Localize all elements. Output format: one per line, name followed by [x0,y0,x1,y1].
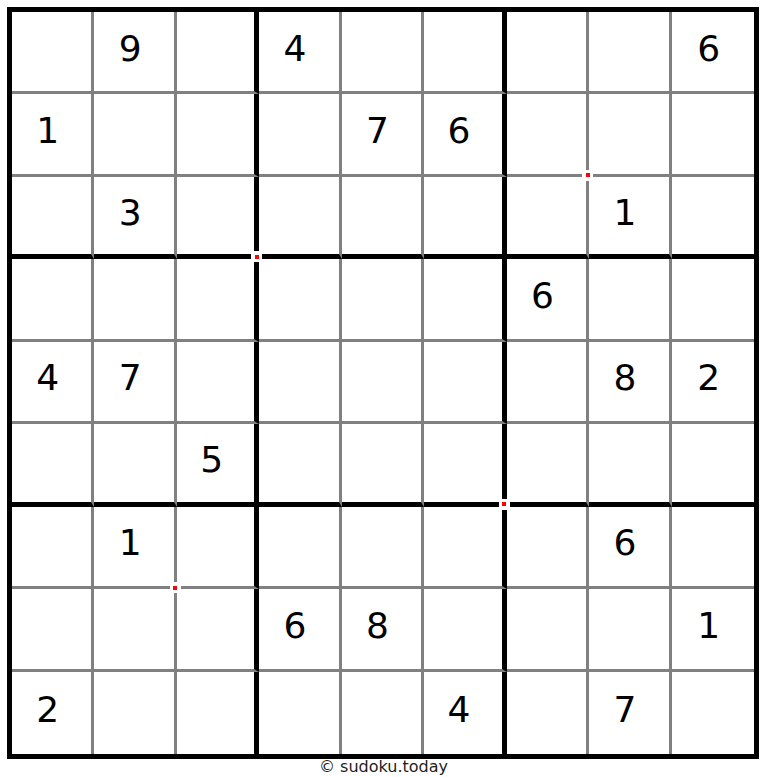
cell-r3c6[interactable] [424,177,506,259]
cell-r8c2[interactable] [94,589,176,671]
given-digit: 6 [697,31,720,67]
cell-r5c8[interactable]: 8 [589,342,671,424]
given-digit: 1 [613,195,636,231]
cell-r2c6[interactable]: 6 [424,94,506,176]
given-digit: 4 [36,360,59,396]
cell-r5c1[interactable]: 4 [12,342,94,424]
cell-r5c4[interactable] [259,342,341,424]
cell-r2c1[interactable]: 1 [12,94,94,176]
cell-r9c7[interactable] [507,672,589,754]
cell-r1c7[interactable] [507,12,589,94]
cell-r4c5[interactable] [342,259,424,341]
cell-r1c8[interactable] [589,12,671,94]
given-digit: 6 [531,278,554,314]
cell-r1c3[interactable] [177,12,259,94]
cell-r2c7[interactable] [507,94,589,176]
cell-r6c5[interactable] [342,424,424,506]
cell-r6c2[interactable] [94,424,176,506]
cell-r4c2[interactable] [94,259,176,341]
given-digit: 6 [613,525,636,561]
cell-r7c4[interactable] [259,507,341,589]
given-digit: 1 [36,113,59,149]
cell-r8c8[interactable] [589,589,671,671]
cell-r9c8[interactable]: 7 [589,672,671,754]
cell-r8c6[interactable] [424,589,506,671]
cell-r9c9[interactable] [672,672,754,754]
cell-r9c4[interactable] [259,672,341,754]
cell-r8c5[interactable]: 8 [342,589,424,671]
cell-r7c8[interactable]: 6 [589,507,671,589]
cell-r1c2[interactable]: 9 [94,12,176,94]
cell-r9c2[interactable] [94,672,176,754]
cell-r3c3[interactable] [177,177,259,259]
cell-r4c1[interactable] [12,259,94,341]
cell-r9c3[interactable] [177,672,259,754]
cell-r1c4[interactable]: 4 [259,12,341,94]
given-digit: 2 [697,360,720,396]
red-dot-marker [499,499,510,510]
cell-r4c4[interactable] [259,259,341,341]
cell-r3c7[interactable] [507,177,589,259]
cell-r9c6[interactable]: 4 [424,672,506,754]
given-digit: 8 [366,608,389,644]
cell-r3c2[interactable]: 3 [94,177,176,259]
given-digit: 6 [284,608,307,644]
cell-r7c7[interactable] [507,507,589,589]
cell-r3c5[interactable] [342,177,424,259]
cell-r6c8[interactable] [589,424,671,506]
given-digit: 4 [284,31,307,67]
cell-r3c8[interactable]: 1 [589,177,671,259]
cell-r8c1[interactable] [12,589,94,671]
given-digit: 8 [613,360,636,396]
cell-r7c3[interactable] [177,507,259,589]
cell-r2c9[interactable] [672,94,754,176]
cell-r5c7[interactable] [507,342,589,424]
given-digit: 4 [447,692,470,728]
cell-r4c7[interactable]: 6 [507,259,589,341]
cell-r5c5[interactable] [342,342,424,424]
given-digit: 9 [119,31,142,67]
cell-r2c3[interactable] [177,94,259,176]
cell-r1c5[interactable] [342,12,424,94]
given-digit: 5 [200,442,223,478]
cell-r4c3[interactable] [177,259,259,341]
cell-r6c3[interactable]: 5 [177,424,259,506]
sudoku-board: 9461763164782516681247 [7,7,759,759]
red-dot-icon [173,586,177,590]
cell-r5c6[interactable] [424,342,506,424]
cell-r2c4[interactable] [259,94,341,176]
cell-r9c1[interactable]: 2 [12,672,94,754]
red-dot-marker [582,170,593,181]
given-digit: 2 [36,692,59,728]
red-dot-icon [255,255,259,259]
cell-r5c9[interactable]: 2 [672,342,754,424]
given-digit: 7 [119,360,142,396]
cell-r2c8[interactable] [589,94,671,176]
given-digit: 1 [697,608,720,644]
cell-r3c4[interactable] [259,177,341,259]
cell-r8c3[interactable] [177,589,259,671]
red-dot-marker [170,582,181,593]
cell-r7c6[interactable] [424,507,506,589]
given-digit: 6 [447,113,470,149]
cell-r6c7[interactable] [507,424,589,506]
cell-r7c2[interactable]: 1 [94,507,176,589]
cell-r6c6[interactable] [424,424,506,506]
cell-r4c9[interactable] [672,259,754,341]
given-digit: 3 [119,195,142,231]
credit-text: © sudoku.today [0,757,767,776]
red-dot-icon [502,502,506,506]
cell-r6c9[interactable] [672,424,754,506]
cell-r3c9[interactable] [672,177,754,259]
given-digit: 7 [366,113,389,149]
red-dot-icon [586,173,590,177]
cell-r7c1[interactable] [12,507,94,589]
cell-r1c9[interactable]: 6 [672,12,754,94]
given-digit: 1 [119,525,142,561]
cell-r8c4[interactable]: 6 [259,589,341,671]
cell-r3c1[interactable] [12,177,94,259]
cell-r8c9[interactable]: 1 [672,589,754,671]
cell-r1c6[interactable] [424,12,506,94]
cell-r6c4[interactable] [259,424,341,506]
cell-r5c2[interactable]: 7 [94,342,176,424]
cell-r9c5[interactable] [342,672,424,754]
cell-r2c5[interactable]: 7 [342,94,424,176]
cell-r4c8[interactable] [589,259,671,341]
cell-r6c1[interactable] [12,424,94,506]
cell-r4c6[interactable] [424,259,506,341]
cell-r1c1[interactable] [12,12,94,94]
red-dot-marker [251,251,262,262]
cell-r7c5[interactable] [342,507,424,589]
cell-r2c2[interactable] [94,94,176,176]
cell-r8c7[interactable] [507,589,589,671]
cell-r5c3[interactable] [177,342,259,424]
given-digit: 7 [613,692,636,728]
cell-r7c9[interactable] [672,507,754,589]
